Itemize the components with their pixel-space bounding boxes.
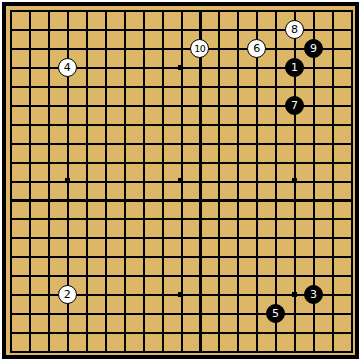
stone-black-3[interactable]: 3	[304, 285, 323, 304]
stone-white-6[interactable]: 6	[247, 39, 266, 58]
star-point	[292, 292, 297, 297]
stone-white-8[interactable]: 8	[285, 20, 304, 39]
stone-white-2[interactable]: 2	[58, 285, 77, 304]
stone-white-4[interactable]: 4	[58, 58, 77, 77]
board-grid[interactable]: 12345678910	[1, 1, 361, 361]
stone-black-7[interactable]: 7	[285, 96, 304, 115]
star-point	[178, 65, 183, 70]
star-point	[292, 178, 297, 183]
stone-black-9[interactable]: 9	[304, 39, 323, 58]
stone-black-1[interactable]: 1	[285, 58, 304, 77]
star-point	[65, 178, 70, 183]
go-board: 12345678910	[2, 2, 359, 359]
star-point	[178, 292, 183, 297]
stone-white-10[interactable]: 10	[190, 39, 209, 58]
star-point	[178, 178, 183, 183]
stone-black-5[interactable]: 5	[266, 304, 285, 323]
